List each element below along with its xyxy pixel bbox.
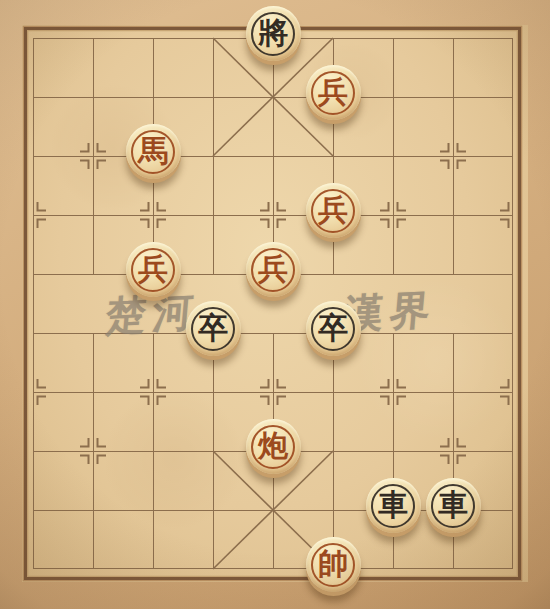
piece-black-soldier[interactable]: 卒 <box>186 301 241 356</box>
piece-red-soldier[interactable]: 兵 <box>246 242 301 297</box>
piece-black-general[interactable]: 將 <box>246 6 301 61</box>
xiangqi-board[interactable]: 楚河 漢界 將兵馬兵兵兵卒卒炮車車帥 <box>0 0 550 609</box>
piece-character: 兵 <box>306 183 361 238</box>
piece-black-chariot[interactable]: 車 <box>366 478 421 533</box>
piece-character: 帥 <box>306 537 361 592</box>
piece-character: 將 <box>246 6 301 61</box>
piece-character: 兵 <box>126 242 181 297</box>
piece-red-general[interactable]: 帥 <box>306 537 361 592</box>
piece-black-soldier[interactable]: 卒 <box>306 301 361 356</box>
piece-red-soldier[interactable]: 兵 <box>126 242 181 297</box>
piece-red-soldier[interactable]: 兵 <box>306 65 361 120</box>
piece-red-horse[interactable]: 馬 <box>126 124 181 179</box>
piece-red-cannon[interactable]: 炮 <box>246 419 301 474</box>
piece-character: 馬 <box>126 124 181 179</box>
piece-character: 卒 <box>186 301 241 356</box>
piece-character: 炮 <box>246 419 301 474</box>
piece-character: 車 <box>366 478 421 533</box>
piece-character: 兵 <box>306 65 361 120</box>
piece-black-chariot[interactable]: 車 <box>426 478 481 533</box>
piece-character: 車 <box>426 478 481 533</box>
piece-red-soldier[interactable]: 兵 <box>306 183 361 238</box>
piece-character: 卒 <box>306 301 361 356</box>
piece-character: 兵 <box>246 242 301 297</box>
